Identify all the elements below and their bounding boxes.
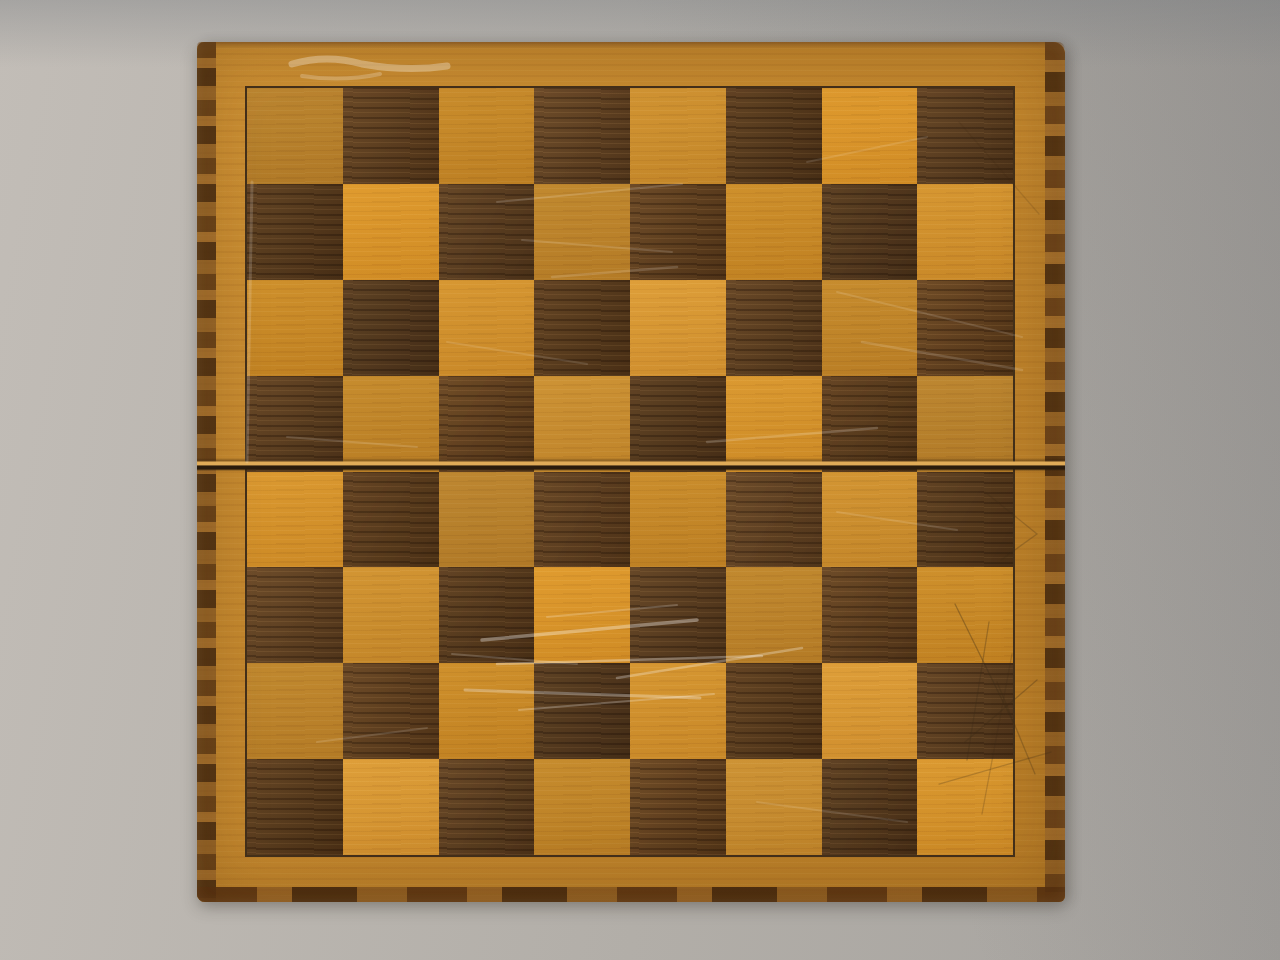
square-f4[interactable] <box>726 472 822 568</box>
square-c6[interactable] <box>439 280 535 376</box>
board-edge-left <box>197 42 216 902</box>
square-b8[interactable] <box>343 88 439 184</box>
square-e4[interactable] <box>630 472 726 568</box>
square-c5[interactable] <box>439 376 535 472</box>
square-b3[interactable] <box>343 567 439 663</box>
square-h1[interactable] <box>917 759 1013 855</box>
board-grid <box>247 88 1013 855</box>
square-h2[interactable] <box>917 663 1013 759</box>
square-h6[interactable] <box>917 280 1013 376</box>
square-d3[interactable] <box>534 567 630 663</box>
board-edge-top <box>197 42 1065 49</box>
square-g3[interactable] <box>822 567 918 663</box>
square-c4[interactable] <box>439 472 535 568</box>
square-g6[interactable] <box>822 280 918 376</box>
square-c1[interactable] <box>439 759 535 855</box>
square-e3[interactable] <box>630 567 726 663</box>
square-g2[interactable] <box>822 663 918 759</box>
square-b2[interactable] <box>343 663 439 759</box>
square-h4[interactable] <box>917 472 1013 568</box>
square-d6[interactable] <box>534 280 630 376</box>
square-f7[interactable] <box>726 184 822 280</box>
photo-background <box>0 0 1280 960</box>
square-e6[interactable] <box>630 280 726 376</box>
square-h8[interactable] <box>917 88 1013 184</box>
square-h7[interactable] <box>917 184 1013 280</box>
chessboard <box>197 42 1065 902</box>
square-a7[interactable] <box>247 184 343 280</box>
square-a3[interactable] <box>247 567 343 663</box>
square-e8[interactable] <box>630 88 726 184</box>
inlay-border-line <box>245 86 1015 857</box>
square-c8[interactable] <box>439 88 535 184</box>
board-edge-right <box>1045 42 1065 902</box>
square-f3[interactable] <box>726 567 822 663</box>
square-g1[interactable] <box>822 759 918 855</box>
square-g5[interactable] <box>822 376 918 472</box>
square-a1[interactable] <box>247 759 343 855</box>
square-h3[interactable] <box>917 567 1013 663</box>
square-d7[interactable] <box>534 184 630 280</box>
square-a5[interactable] <box>247 376 343 472</box>
square-g8[interactable] <box>822 88 918 184</box>
square-g4[interactable] <box>822 472 918 568</box>
square-d1[interactable] <box>534 759 630 855</box>
square-b6[interactable] <box>343 280 439 376</box>
square-h5[interactable] <box>917 376 1013 472</box>
square-f8[interactable] <box>726 88 822 184</box>
square-e5[interactable] <box>630 376 726 472</box>
square-c2[interactable] <box>439 663 535 759</box>
square-a6[interactable] <box>247 280 343 376</box>
square-f1[interactable] <box>726 759 822 855</box>
square-e7[interactable] <box>630 184 726 280</box>
square-e1[interactable] <box>630 759 726 855</box>
square-f5[interactable] <box>726 376 822 472</box>
square-a2[interactable] <box>247 663 343 759</box>
square-c7[interactable] <box>439 184 535 280</box>
square-d2[interactable] <box>534 663 630 759</box>
square-f6[interactable] <box>726 280 822 376</box>
square-a4[interactable] <box>247 472 343 568</box>
square-a8[interactable] <box>247 88 343 184</box>
square-b7[interactable] <box>343 184 439 280</box>
square-g7[interactable] <box>822 184 918 280</box>
square-d5[interactable] <box>534 376 630 472</box>
square-b5[interactable] <box>343 376 439 472</box>
square-b1[interactable] <box>343 759 439 855</box>
square-b4[interactable] <box>343 472 439 568</box>
square-f2[interactable] <box>726 663 822 759</box>
square-d4[interactable] <box>534 472 630 568</box>
board-edge-bottom <box>197 887 1065 902</box>
square-e2[interactable] <box>630 663 726 759</box>
square-c3[interactable] <box>439 567 535 663</box>
square-d8[interactable] <box>534 88 630 184</box>
